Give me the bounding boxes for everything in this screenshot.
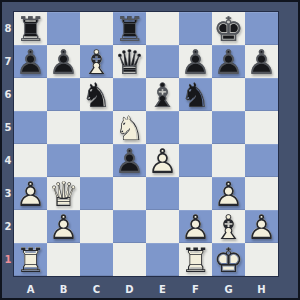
black-knight-piece[interactable]: ♞♘	[179, 78, 212, 111]
square-f2[interactable]: ♟♙	[179, 210, 212, 243]
white-bishop-piece[interactable]: ♝♗	[80, 45, 113, 78]
square-e7[interactable]	[146, 45, 179, 78]
square-f4[interactable]	[179, 144, 212, 177]
square-g7[interactable]: ♟♙	[212, 45, 245, 78]
square-h6[interactable]	[245, 78, 278, 111]
white-pawn-outline: ♙	[146, 144, 179, 177]
white-pawn-piece[interactable]: ♟♙	[146, 144, 179, 177]
square-d1[interactable]	[113, 243, 146, 276]
square-f5[interactable]	[179, 111, 212, 144]
square-a8[interactable]: ♜♖	[14, 12, 47, 45]
square-e1[interactable]	[146, 243, 179, 276]
square-h4[interactable]	[245, 144, 278, 177]
square-b5[interactable]	[47, 111, 80, 144]
black-pawn-piece[interactable]: ♟♙	[113, 144, 146, 177]
square-e2[interactable]	[146, 210, 179, 243]
black-pawn-piece[interactable]: ♟♙	[212, 45, 245, 78]
square-b2[interactable]: ♟♙	[47, 210, 80, 243]
square-e3[interactable]	[146, 177, 179, 210]
black-rook-outline: ♖	[14, 12, 47, 45]
black-rook-outline: ♖	[113, 12, 146, 45]
square-h1[interactable]	[245, 243, 278, 276]
file-label-b: B	[47, 280, 80, 298]
black-bishop-outline: ♗	[146, 78, 179, 111]
square-d5[interactable]: ♞♘	[113, 111, 146, 144]
rank-label-7: 7	[2, 45, 14, 78]
white-queen-outline: ♕	[47, 177, 80, 210]
white-knight-piece[interactable]: ♞♘	[113, 111, 146, 144]
square-c4[interactable]	[80, 144, 113, 177]
rank-label-5: 5	[2, 111, 14, 144]
square-g1[interactable]: ♚♔	[212, 243, 245, 276]
chess-board: ♜♖♜♖♚♔♟♙♟♙♝♗♛♕♟♙♟♙♟♙♞♘♝♗♞♘♞♘♟♙♟♙♟♙♛♕♟♙♟♙…	[14, 12, 278, 276]
rank-label-8: 8	[2, 12, 14, 45]
square-a5[interactable]	[14, 111, 47, 144]
black-knight-outline: ♘	[179, 78, 212, 111]
file-label-d: D	[113, 280, 146, 298]
square-g4[interactable]	[212, 144, 245, 177]
white-pawn-piece[interactable]: ♟♙	[47, 210, 80, 243]
white-knight-outline: ♘	[113, 111, 146, 144]
black-king-outline: ♔	[212, 12, 245, 45]
square-b6[interactable]	[47, 78, 80, 111]
black-king-piece[interactable]: ♚♔	[212, 12, 245, 45]
square-e8[interactable]	[146, 12, 179, 45]
white-pawn-piece[interactable]: ♟♙	[212, 177, 245, 210]
white-pawn-outline: ♙	[212, 177, 245, 210]
white-pawn-piece[interactable]: ♟♙	[179, 210, 212, 243]
white-bishop-outline: ♗	[212, 210, 245, 243]
white-queen-piece[interactable]: ♛♕	[47, 177, 80, 210]
black-bishop-piece[interactable]: ♝♗	[146, 78, 179, 111]
white-pawn-outline: ♙	[179, 210, 212, 243]
black-pawn-piece[interactable]: ♟♙	[245, 45, 278, 78]
square-a6[interactable]	[14, 78, 47, 111]
rank-label-6: 6	[2, 78, 14, 111]
black-pawn-outline: ♙	[179, 45, 212, 78]
rank-label-1: 1	[2, 243, 14, 276]
square-d6[interactable]	[113, 78, 146, 111]
white-pawn-piece[interactable]: ♟♙	[14, 177, 47, 210]
white-rook-outline: ♖	[179, 243, 212, 276]
square-c7[interactable]: ♝♗	[80, 45, 113, 78]
square-g3[interactable]: ♟♙	[212, 177, 245, 210]
square-a3[interactable]: ♟♙	[14, 177, 47, 210]
square-c3[interactable]	[80, 177, 113, 210]
square-e6[interactable]: ♝♗	[146, 78, 179, 111]
white-rook-outline: ♖	[14, 243, 47, 276]
file-label-a: A	[14, 280, 47, 298]
white-pawn-piece[interactable]: ♟♙	[245, 210, 278, 243]
file-label-e: E	[146, 280, 179, 298]
square-b3[interactable]: ♛♕	[47, 177, 80, 210]
square-h8[interactable]	[245, 12, 278, 45]
square-h3[interactable]	[245, 177, 278, 210]
file-label-g: G	[212, 280, 245, 298]
black-pawn-piece[interactable]: ♟♙	[14, 45, 47, 78]
square-h7[interactable]: ♟♙	[245, 45, 278, 78]
square-e5[interactable]	[146, 111, 179, 144]
white-bishop-piece[interactable]: ♝♗	[212, 210, 245, 243]
square-a7[interactable]: ♟♙	[14, 45, 47, 78]
square-b1[interactable]	[47, 243, 80, 276]
square-c8[interactable]	[80, 12, 113, 45]
black-pawn-outline: ♙	[245, 45, 278, 78]
black-knight-piece[interactable]: ♞♘	[80, 78, 113, 111]
square-a1[interactable]: ♜♖	[14, 243, 47, 276]
white-king-piece[interactable]: ♚♔	[212, 243, 245, 276]
file-label-c: C	[80, 280, 113, 298]
white-rook-piece[interactable]: ♜♖	[14, 243, 47, 276]
square-c5[interactable]	[80, 111, 113, 144]
file-label-h: H	[245, 280, 278, 298]
chessboard-widget: ♜♖♜♖♚♔♟♙♟♙♝♗♛♕♟♙♟♙♟♙♞♘♝♗♞♘♞♘♟♙♟♙♟♙♛♕♟♙♟♙…	[0, 0, 300, 300]
white-pawn-outline: ♙	[245, 210, 278, 243]
square-c2[interactable]	[80, 210, 113, 243]
black-rook-piece[interactable]: ♜♖	[14, 12, 47, 45]
rank-label-3: 3	[2, 177, 14, 210]
black-rook-piece[interactable]: ♜♖	[113, 12, 146, 45]
square-d7[interactable]: ♛♕	[113, 45, 146, 78]
black-queen-outline: ♕	[113, 45, 146, 78]
file-label-f: F	[179, 280, 212, 298]
black-pawn-piece[interactable]: ♟♙	[47, 45, 80, 78]
square-e4[interactable]: ♟♙	[146, 144, 179, 177]
black-pawn-outline: ♙	[14, 45, 47, 78]
square-b8[interactable]	[47, 12, 80, 45]
square-a2[interactable]	[14, 210, 47, 243]
square-h5[interactable]	[245, 111, 278, 144]
black-pawn-outline: ♙	[113, 144, 146, 177]
black-pawn-outline: ♙	[47, 45, 80, 78]
square-f7[interactable]: ♟♙	[179, 45, 212, 78]
square-g8[interactable]: ♚♔	[212, 12, 245, 45]
square-b7[interactable]: ♟♙	[47, 45, 80, 78]
square-h2[interactable]: ♟♙	[245, 210, 278, 243]
white-pawn-outline: ♙	[47, 210, 80, 243]
black-queen-piece[interactable]: ♛♕	[113, 45, 146, 78]
square-c1[interactable]	[80, 243, 113, 276]
rank-label-2: 2	[2, 210, 14, 243]
square-g2[interactable]: ♝♗	[212, 210, 245, 243]
square-f8[interactable]	[179, 12, 212, 45]
black-pawn-outline: ♙	[212, 45, 245, 78]
rank-label-4: 4	[2, 144, 14, 177]
square-g5[interactable]	[212, 111, 245, 144]
square-d4[interactable]: ♟♙	[113, 144, 146, 177]
square-f1[interactable]: ♜♖	[179, 243, 212, 276]
square-d3[interactable]	[113, 177, 146, 210]
square-b4[interactable]	[47, 144, 80, 177]
square-f6[interactable]: ♞♘	[179, 78, 212, 111]
square-c6[interactable]: ♞♘	[80, 78, 113, 111]
square-d8[interactable]: ♜♖	[113, 12, 146, 45]
white-rook-piece[interactable]: ♜♖	[179, 243, 212, 276]
square-d2[interactable]	[113, 210, 146, 243]
white-bishop-outline: ♗	[80, 45, 113, 78]
square-f3[interactable]	[179, 177, 212, 210]
black-pawn-piece[interactable]: ♟♙	[179, 45, 212, 78]
square-g6[interactable]	[212, 78, 245, 111]
square-a4[interactable]	[14, 144, 47, 177]
white-pawn-outline: ♙	[14, 177, 47, 210]
black-knight-outline: ♘	[80, 78, 113, 111]
white-king-outline: ♔	[212, 243, 245, 276]
